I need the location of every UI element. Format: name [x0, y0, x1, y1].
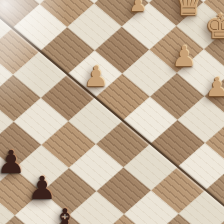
black-pawn-d2[interactable]: ♟: [0, 146, 25, 178]
chessboard-photo: ♟♛♚♟♟♟♟♟♝: [0, 0, 224, 224]
black-bishop-f1[interactable]: ♝: [52, 205, 79, 224]
white-pawn-f7[interactable]: ♟: [205, 74, 224, 100]
white-pawn-c7[interactable]: ♟: [129, 0, 147, 14]
black-pawn-e2[interactable]: ♟: [28, 172, 57, 204]
white-pawn-d5[interactable]: ♟: [83, 63, 108, 91]
white-queen-d8[interactable]: ♛: [173, 0, 205, 21]
white-king-e8[interactable]: ♚: [205, 9, 224, 43]
white-pawn-e7[interactable]: ♟: [171, 43, 196, 71]
